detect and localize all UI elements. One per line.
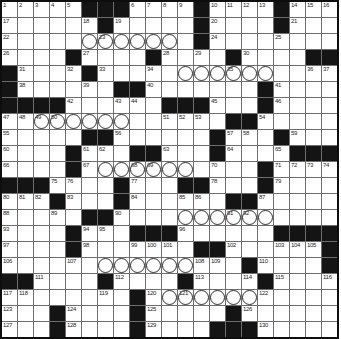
cell[interactable]: 42 xyxy=(66,98,81,113)
cell[interactable] xyxy=(194,146,209,161)
cell[interactable]: 25 xyxy=(274,34,289,49)
cell[interactable] xyxy=(82,98,97,113)
cell[interactable]: 67 xyxy=(82,162,97,177)
cell[interactable] xyxy=(306,34,321,49)
cell[interactable]: 3 xyxy=(34,2,49,17)
cell[interactable] xyxy=(306,194,321,209)
cell[interactable]: 38 xyxy=(18,82,33,97)
cell[interactable]: 123 xyxy=(2,306,17,321)
cell[interactable] xyxy=(210,66,225,81)
cell[interactable] xyxy=(50,274,65,289)
cell[interactable]: 18 xyxy=(82,18,97,33)
cell[interactable]: 59 xyxy=(290,130,305,145)
cell[interactable] xyxy=(306,306,321,321)
cell[interactable]: 73 xyxy=(306,162,321,177)
cell[interactable] xyxy=(146,194,161,209)
cell[interactable] xyxy=(274,322,289,337)
cell[interactable] xyxy=(114,50,129,65)
cell[interactable] xyxy=(82,114,97,129)
cell[interactable] xyxy=(322,82,337,97)
cell[interactable] xyxy=(274,50,289,65)
cell[interactable]: 36 xyxy=(306,66,321,81)
cell[interactable] xyxy=(162,66,177,81)
cell[interactable]: 24 xyxy=(210,34,225,49)
cell[interactable] xyxy=(194,322,209,337)
cell[interactable] xyxy=(290,274,305,289)
cell[interactable]: 78 xyxy=(210,178,225,193)
cell[interactable] xyxy=(306,322,321,337)
cell[interactable] xyxy=(18,162,33,177)
cell[interactable]: 34 xyxy=(146,66,161,81)
cell[interactable] xyxy=(34,322,49,337)
cell[interactable]: 11 xyxy=(226,2,241,17)
cell[interactable] xyxy=(306,274,321,289)
cell[interactable] xyxy=(66,82,81,97)
cell[interactable]: 7 xyxy=(146,2,161,17)
cell[interactable]: 122 xyxy=(258,290,273,305)
cell[interactable] xyxy=(242,226,257,241)
cell[interactable]: 120 xyxy=(146,290,161,305)
cell[interactable] xyxy=(258,66,273,81)
cell[interactable]: 37 xyxy=(322,66,337,81)
cell[interactable]: 94 xyxy=(82,226,97,241)
cell[interactable] xyxy=(274,306,289,321)
cell[interactable] xyxy=(210,226,225,241)
cell[interactable]: 61 xyxy=(82,146,97,161)
cell[interactable] xyxy=(114,242,129,257)
cell[interactable] xyxy=(130,34,145,49)
cell[interactable] xyxy=(18,210,33,225)
cell[interactable]: 112 xyxy=(114,274,129,289)
cell[interactable] xyxy=(146,98,161,113)
cell[interactable]: 130 xyxy=(258,322,273,337)
cell[interactable] xyxy=(210,50,225,65)
cell[interactable]: 106 xyxy=(2,258,17,273)
cell[interactable] xyxy=(178,50,193,65)
cell[interactable]: 97 xyxy=(2,242,17,257)
cell[interactable]: 45 xyxy=(210,98,225,113)
cell[interactable] xyxy=(82,34,97,49)
cell[interactable] xyxy=(258,210,273,225)
cell[interactable] xyxy=(306,98,321,113)
cell[interactable] xyxy=(34,162,49,177)
cell[interactable] xyxy=(242,34,257,49)
cell[interactable] xyxy=(114,146,129,161)
cell[interactable]: 9 xyxy=(178,2,193,17)
cell[interactable] xyxy=(98,322,113,337)
cell[interactable] xyxy=(290,322,305,337)
cell[interactable]: 92 xyxy=(242,210,257,225)
cell[interactable]: 39 xyxy=(82,82,97,97)
cell[interactable] xyxy=(146,18,161,33)
cell[interactable] xyxy=(242,98,257,113)
cell[interactable] xyxy=(114,114,129,129)
cell[interactable] xyxy=(34,306,49,321)
cell[interactable]: 51 xyxy=(162,114,177,129)
cell[interactable] xyxy=(242,290,257,305)
cell[interactable] xyxy=(50,50,65,65)
cell[interactable] xyxy=(178,322,193,337)
cell[interactable]: 104 xyxy=(290,242,305,257)
cell[interactable]: 30 xyxy=(242,50,257,65)
cell[interactable] xyxy=(178,258,193,273)
cell[interactable] xyxy=(146,274,161,289)
cell[interactable]: 16 xyxy=(322,2,337,17)
cell[interactable] xyxy=(194,210,209,225)
cell[interactable]: 10 xyxy=(210,2,225,17)
cell[interactable] xyxy=(82,178,97,193)
cell[interactable]: 5 xyxy=(66,2,81,17)
cell[interactable]: 102 xyxy=(226,242,241,257)
cell[interactable]: 63 xyxy=(162,146,177,161)
cell[interactable] xyxy=(162,18,177,33)
cell[interactable] xyxy=(210,82,225,97)
cell[interactable] xyxy=(274,194,289,209)
cell[interactable] xyxy=(98,258,113,273)
cell[interactable] xyxy=(130,130,145,145)
cell[interactable]: 62 xyxy=(98,146,113,161)
cell[interactable] xyxy=(322,194,337,209)
cell[interactable] xyxy=(50,82,65,97)
cell[interactable]: 52 xyxy=(178,114,193,129)
cell[interactable] xyxy=(98,50,113,65)
cell[interactable] xyxy=(82,290,97,305)
cell[interactable] xyxy=(306,290,321,305)
cell[interactable] xyxy=(130,258,145,273)
cell[interactable]: 49 xyxy=(34,114,49,129)
cell[interactable] xyxy=(98,98,113,113)
cell[interactable] xyxy=(98,162,113,177)
cell[interactable] xyxy=(34,18,49,33)
cell[interactable]: 55 xyxy=(2,130,17,145)
cell[interactable]: 88 xyxy=(2,210,17,225)
cell[interactable]: 80 xyxy=(2,194,17,209)
cell[interactable] xyxy=(306,258,321,273)
cell[interactable] xyxy=(162,322,177,337)
cell[interactable] xyxy=(178,66,193,81)
cell[interactable] xyxy=(18,258,33,273)
cell[interactable] xyxy=(50,34,65,49)
cell[interactable]: 93 xyxy=(2,226,17,241)
cell[interactable] xyxy=(18,146,33,161)
cell[interactable]: 84 xyxy=(130,194,145,209)
cell[interactable] xyxy=(194,162,209,177)
cell[interactable] xyxy=(146,34,161,49)
cell[interactable] xyxy=(178,162,193,177)
cell[interactable]: 47 xyxy=(2,114,17,129)
cell[interactable] xyxy=(18,226,33,241)
cell[interactable] xyxy=(258,242,273,257)
cell[interactable]: 125 xyxy=(146,306,161,321)
cell[interactable] xyxy=(18,50,33,65)
cell[interactable] xyxy=(322,210,337,225)
cell[interactable] xyxy=(114,226,129,241)
cell[interactable]: 64 xyxy=(226,146,241,161)
cell[interactable] xyxy=(18,306,33,321)
cell[interactable] xyxy=(34,290,49,305)
cell[interactable]: 8 xyxy=(162,2,177,17)
cell[interactable]: 103 xyxy=(274,242,289,257)
cell[interactable]: 27 xyxy=(82,50,97,65)
cell[interactable]: 81 xyxy=(18,194,33,209)
cell[interactable]: 107 xyxy=(66,258,81,273)
cell[interactable]: 70 xyxy=(210,162,225,177)
cell[interactable] xyxy=(162,210,177,225)
cell[interactable]: 32 xyxy=(66,66,81,81)
cell[interactable]: 98 xyxy=(82,242,97,257)
cell[interactable] xyxy=(82,306,97,321)
cell[interactable] xyxy=(50,18,65,33)
cell[interactable] xyxy=(226,274,241,289)
cell[interactable] xyxy=(226,18,241,33)
cell[interactable] xyxy=(66,130,81,145)
cell[interactable] xyxy=(290,98,305,113)
cell[interactable]: 90 xyxy=(114,210,129,225)
cell[interactable] xyxy=(178,82,193,97)
cell[interactable] xyxy=(114,66,129,81)
cell[interactable] xyxy=(306,114,321,129)
cell[interactable] xyxy=(322,98,337,113)
cell[interactable] xyxy=(162,306,177,321)
cell[interactable]: 50 xyxy=(50,114,65,129)
cell[interactable]: 20 xyxy=(210,18,225,33)
cell[interactable] xyxy=(274,290,289,305)
cell[interactable] xyxy=(322,178,337,193)
cell[interactable]: 83 xyxy=(66,194,81,209)
cell[interactable] xyxy=(146,210,161,225)
cell[interactable] xyxy=(50,130,65,145)
cell[interactable] xyxy=(146,178,161,193)
cell[interactable] xyxy=(258,50,273,65)
cell[interactable] xyxy=(66,114,81,129)
cell[interactable]: 44 xyxy=(130,98,145,113)
cell[interactable] xyxy=(130,66,145,81)
cell[interactable]: 19 xyxy=(114,18,129,33)
cell[interactable] xyxy=(66,274,81,289)
cell[interactable] xyxy=(306,210,321,225)
cell[interactable] xyxy=(322,34,337,49)
cell[interactable] xyxy=(146,258,161,273)
cell[interactable] xyxy=(210,306,225,321)
cell[interactable] xyxy=(178,130,193,145)
cell[interactable] xyxy=(34,146,49,161)
cell[interactable] xyxy=(306,18,321,33)
cell[interactable]: 126 xyxy=(242,306,257,321)
cell[interactable] xyxy=(162,34,177,49)
cell[interactable]: 109 xyxy=(210,258,225,273)
cell[interactable] xyxy=(194,66,209,81)
cell[interactable] xyxy=(34,242,49,257)
cell[interactable] xyxy=(98,306,113,321)
cell[interactable] xyxy=(178,18,193,33)
cell[interactable] xyxy=(242,162,257,177)
cell[interactable]: 69 xyxy=(146,162,161,177)
cell[interactable]: 99 xyxy=(130,242,145,257)
cell[interactable]: 53 xyxy=(194,114,209,129)
cell[interactable] xyxy=(162,130,177,145)
cell[interactable] xyxy=(178,146,193,161)
cell[interactable]: 13 xyxy=(258,2,273,17)
cell[interactable] xyxy=(290,210,305,225)
cell[interactable] xyxy=(98,114,113,129)
cell[interactable] xyxy=(146,130,161,145)
cell[interactable]: 71 xyxy=(274,162,289,177)
cell[interactable] xyxy=(162,162,177,177)
cell[interactable]: 66 xyxy=(2,162,17,177)
cell[interactable] xyxy=(114,162,129,177)
cell[interactable] xyxy=(114,306,129,321)
cell[interactable] xyxy=(50,66,65,81)
cell[interactable]: 58 xyxy=(242,130,257,145)
cell[interactable] xyxy=(18,322,33,337)
cell[interactable] xyxy=(226,178,241,193)
cell[interactable] xyxy=(162,194,177,209)
cell[interactable] xyxy=(18,242,33,257)
cell[interactable] xyxy=(210,274,225,289)
cell[interactable] xyxy=(50,226,65,241)
cell[interactable] xyxy=(226,34,241,49)
cell[interactable]: 129 xyxy=(146,322,161,337)
cell[interactable]: 127 xyxy=(2,322,17,337)
cell[interactable] xyxy=(226,290,241,305)
cell[interactable] xyxy=(242,82,257,97)
cell[interactable]: 21 xyxy=(290,18,305,33)
cell[interactable] xyxy=(274,66,289,81)
cell[interactable]: 40 xyxy=(146,82,161,97)
cell[interactable]: 118 xyxy=(18,290,33,305)
cell[interactable] xyxy=(242,18,257,33)
cell[interactable]: 116 xyxy=(322,274,337,289)
cell[interactable] xyxy=(18,130,33,145)
cell[interactable] xyxy=(242,242,257,257)
cell[interactable]: 72 xyxy=(290,162,305,177)
cell[interactable]: 124 xyxy=(66,306,81,321)
cell[interactable]: 82 xyxy=(34,194,49,209)
cell[interactable]: 68 xyxy=(130,162,145,177)
cell[interactable] xyxy=(274,258,289,273)
cell[interactable]: 108 xyxy=(194,258,209,273)
cell[interactable] xyxy=(162,290,177,305)
cell[interactable] xyxy=(226,98,241,113)
cell[interactable] xyxy=(130,274,145,289)
cell[interactable] xyxy=(178,306,193,321)
cell[interactable]: 96 xyxy=(178,226,193,241)
cell[interactable]: 29 xyxy=(194,50,209,65)
cell[interactable] xyxy=(130,18,145,33)
cell[interactable]: 111 xyxy=(34,274,49,289)
cell[interactable] xyxy=(194,290,209,305)
cell[interactable]: 6 xyxy=(130,2,145,17)
cell[interactable] xyxy=(178,242,193,257)
cell[interactable]: 74 xyxy=(322,162,337,177)
cell[interactable]: 43 xyxy=(114,98,129,113)
cell[interactable] xyxy=(210,194,225,209)
cell[interactable]: 121 xyxy=(178,290,193,305)
cell[interactable]: 77 xyxy=(130,178,145,193)
cell[interactable]: 119 xyxy=(98,290,113,305)
cell[interactable]: 117 xyxy=(2,290,17,305)
cell[interactable] xyxy=(322,130,337,145)
cell[interactable] xyxy=(322,18,337,33)
cell[interactable] xyxy=(210,210,225,225)
cell[interactable] xyxy=(322,114,337,129)
cell[interactable] xyxy=(98,242,113,257)
cell[interactable] xyxy=(162,258,177,273)
cell[interactable]: 113 xyxy=(194,274,209,289)
cell[interactable] xyxy=(306,82,321,97)
cell[interactable] xyxy=(82,274,97,289)
cell[interactable] xyxy=(290,258,305,273)
cell[interactable] xyxy=(290,114,305,129)
cell[interactable]: 75 xyxy=(50,178,65,193)
cell[interactable] xyxy=(98,178,113,193)
cell[interactable] xyxy=(34,82,49,97)
cell[interactable] xyxy=(66,18,81,33)
cell[interactable] xyxy=(290,194,305,209)
cell[interactable] xyxy=(114,34,129,49)
cell[interactable]: 114 xyxy=(242,274,257,289)
cell[interactable] xyxy=(162,82,177,97)
cell[interactable] xyxy=(130,114,145,129)
cell[interactable] xyxy=(34,130,49,145)
cell[interactable] xyxy=(50,162,65,177)
cell[interactable]: 31 xyxy=(18,66,33,81)
cell[interactable] xyxy=(34,210,49,225)
cell[interactable]: 91 xyxy=(226,210,241,225)
cell[interactable] xyxy=(98,82,113,97)
cell[interactable] xyxy=(242,146,257,161)
cell[interactable] xyxy=(258,130,273,145)
cell[interactable] xyxy=(50,242,65,257)
cell[interactable]: 101 xyxy=(162,242,177,257)
cell[interactable] xyxy=(178,34,193,49)
cell[interactable]: 57 xyxy=(226,130,241,145)
cell[interactable]: 105 xyxy=(306,242,321,257)
cell[interactable] xyxy=(306,178,321,193)
cell[interactable] xyxy=(34,66,49,81)
cell[interactable] xyxy=(194,82,209,97)
cell[interactable] xyxy=(34,226,49,241)
cell[interactable] xyxy=(66,210,81,225)
cell[interactable]: 86 xyxy=(194,194,209,209)
cell[interactable] xyxy=(34,258,49,273)
cell[interactable] xyxy=(258,226,273,241)
cell[interactable]: 4 xyxy=(50,2,65,17)
cell[interactable] xyxy=(274,114,289,129)
cell[interactable]: 46 xyxy=(274,98,289,113)
cell[interactable] xyxy=(114,290,129,305)
cell[interactable] xyxy=(210,290,225,305)
cell[interactable]: 60 xyxy=(2,146,17,161)
cell[interactable] xyxy=(258,146,273,161)
cell[interactable]: 95 xyxy=(98,226,113,241)
cell[interactable] xyxy=(306,130,321,145)
cell[interactable] xyxy=(242,178,257,193)
cell[interactable] xyxy=(322,290,337,305)
cell[interactable]: 110 xyxy=(258,258,273,273)
cell[interactable] xyxy=(194,306,209,321)
cell[interactable] xyxy=(18,18,33,33)
cell[interactable] xyxy=(162,178,177,193)
cell[interactable] xyxy=(194,226,209,241)
cell[interactable]: 87 xyxy=(258,194,273,209)
cell[interactable] xyxy=(178,210,193,225)
cell[interactable] xyxy=(242,66,257,81)
cell[interactable]: 56 xyxy=(114,130,129,145)
cell[interactable] xyxy=(82,322,97,337)
cell[interactable] xyxy=(258,18,273,33)
cell[interactable]: 33 xyxy=(98,66,113,81)
